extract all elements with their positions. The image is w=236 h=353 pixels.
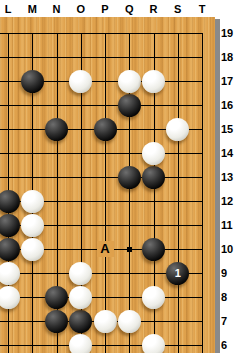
- black-stone-O7[interactable]: [69, 310, 92, 333]
- black-stone-P15[interactable]: [94, 118, 117, 141]
- white-stone-R8[interactable]: [142, 286, 165, 309]
- row-label-14: 14: [221, 146, 236, 160]
- column-label-Q: Q: [121, 2, 137, 16]
- white-stone-Q7[interactable]: [118, 310, 141, 333]
- column-label-S: S: [170, 2, 186, 16]
- row-label-18: 18: [221, 50, 236, 64]
- grid-line-h-19: [0, 33, 203, 34]
- row-label-8: 8: [221, 290, 236, 304]
- white-stone-L8[interactable]: [0, 286, 20, 309]
- white-stone-O9[interactable]: [69, 262, 92, 285]
- column-label-O: O: [73, 2, 89, 16]
- white-stone-R17[interactable]: [142, 70, 165, 93]
- row-label-7: 7: [221, 314, 236, 328]
- black-stone-L11[interactable]: [0, 214, 20, 237]
- column-label-R: R: [146, 2, 162, 16]
- white-stone-Q17[interactable]: [118, 70, 141, 93]
- grid-line-h-18: [0, 57, 203, 58]
- white-stone-M10[interactable]: [21, 238, 44, 261]
- row-label-6: 6: [221, 338, 236, 352]
- column-label-L: L: [0, 2, 16, 16]
- grid-line-h-8: [0, 297, 203, 298]
- grid-line-v-P: [105, 33, 106, 353]
- black-stone-R13[interactable]: [142, 166, 165, 189]
- grid-line-h-13: [0, 177, 203, 178]
- white-stone-S15[interactable]: [166, 118, 189, 141]
- grid-line-h-14: [0, 153, 203, 154]
- black-stone-Q16[interactable]: [118, 94, 141, 117]
- column-label-N: N: [49, 2, 65, 16]
- black-stone-N8[interactable]: [45, 286, 68, 309]
- black-stone-L12[interactable]: [0, 190, 20, 213]
- white-stone-O17[interactable]: [69, 70, 92, 93]
- row-label-12: 12: [221, 194, 236, 208]
- go-diagram: LMNOPQRST 191817161514131211109876 1A: [0, 0, 236, 353]
- black-stone-M17[interactable]: [21, 70, 44, 93]
- row-label-19: 19: [221, 26, 236, 40]
- black-stone-L10[interactable]: [0, 238, 20, 261]
- grid-line-h-6: [0, 345, 203, 346]
- white-stone-R6[interactable]: [142, 334, 165, 353]
- row-label-11: 11: [221, 218, 236, 232]
- grid-line-v-T: [202, 33, 203, 353]
- column-label-M: M: [24, 2, 40, 16]
- white-stone-M11[interactable]: [21, 214, 44, 237]
- row-label-17: 17: [221, 74, 236, 88]
- grid-line-h-16: [0, 105, 203, 106]
- white-stone-R14[interactable]: [142, 142, 165, 165]
- black-stone-R10[interactable]: [142, 238, 165, 261]
- row-labels: 191817161514131211109876: [220, 0, 236, 353]
- star-point-Q10: [127, 247, 132, 252]
- column-labels: LMNOPQRST: [0, 0, 236, 17]
- black-stone-S9[interactable]: 1: [166, 262, 189, 285]
- row-label-13: 13: [221, 170, 236, 184]
- black-stone-Q13[interactable]: [118, 166, 141, 189]
- white-stone-L9[interactable]: [0, 262, 20, 285]
- column-label-P: P: [97, 2, 113, 16]
- row-label-15: 15: [221, 122, 236, 136]
- point-label-P10: A: [97, 241, 114, 257]
- row-label-16: 16: [221, 98, 236, 112]
- column-label-T: T: [194, 2, 210, 16]
- white-stone-M12[interactable]: [21, 190, 44, 213]
- row-label-9: 9: [221, 266, 236, 280]
- black-stone-N15[interactable]: [45, 118, 68, 141]
- black-stone-N7[interactable]: [45, 310, 68, 333]
- grid-line-v-S: [178, 33, 179, 353]
- row-label-10: 10: [221, 242, 236, 256]
- white-stone-O8[interactable]: [69, 286, 92, 309]
- white-stone-P7[interactable]: [94, 310, 117, 333]
- move-number-label: 1: [166, 262, 189, 285]
